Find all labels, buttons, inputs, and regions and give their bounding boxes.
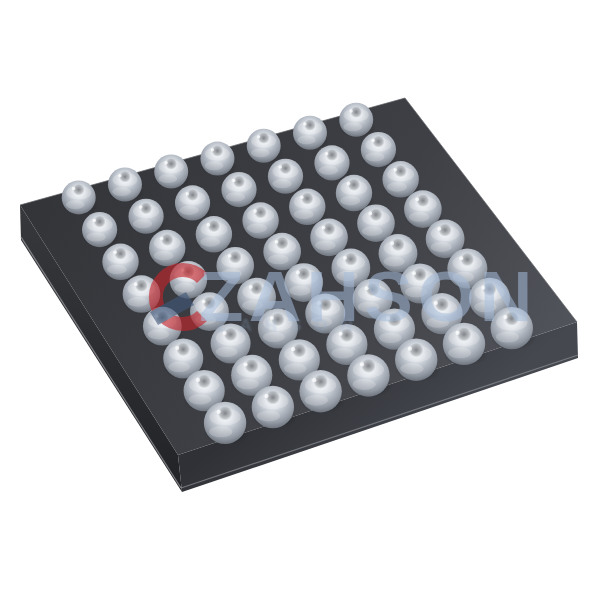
bga-chip (0, 0, 600, 600)
product-photo: ZAHSON ZAHSON (0, 0, 600, 600)
